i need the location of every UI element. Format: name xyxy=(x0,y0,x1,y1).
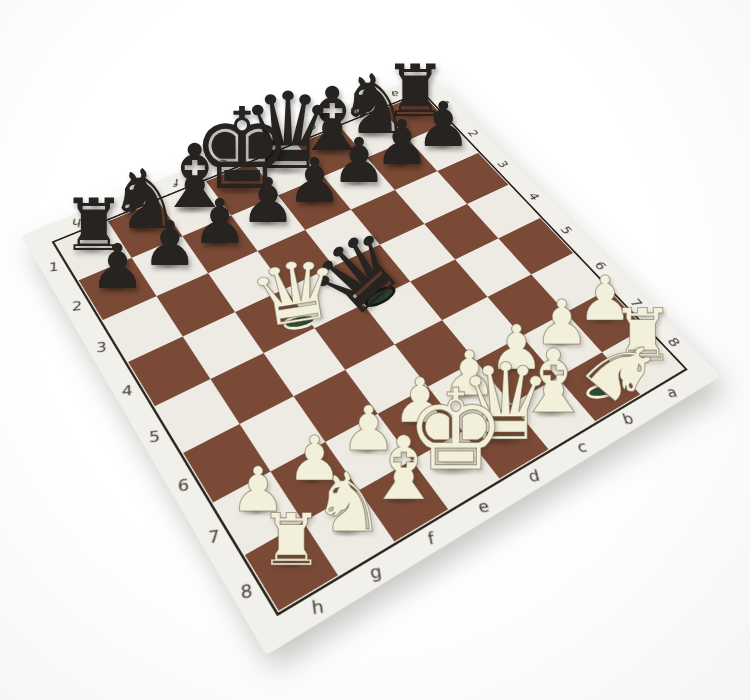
pieces-layer: ♜♞♟♝♟♛♟♚♟♝♟♞♟♜♟♟♛♟♛♟♜♟♞♟♝♟♛♟♚♟♝♟♞♜ xyxy=(0,0,750,700)
piece-white-rook-h8[interactable]: ♜ xyxy=(259,504,324,576)
piece-black-pawn-e2[interactable]: ♟ xyxy=(240,170,296,232)
piece-black-pawn-g2[interactable]: ♟ xyxy=(142,213,198,275)
piece-black-pawn-f2[interactable]: ♟ xyxy=(192,191,248,253)
chess-photo-scene: aabbccddeeffgghh1122334455667788 ♜♞♟♝♟♛♟… xyxy=(0,0,750,700)
piece-white-queen-e4[interactable]: ♛ xyxy=(242,246,349,343)
piece-black-pawn-h2[interactable]: ♟ xyxy=(90,236,146,298)
